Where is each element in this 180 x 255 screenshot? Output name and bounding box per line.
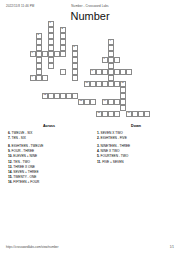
across-clue-list: 6. TWELVE - SIX7. TEN - SIX8. EIGHTEEN -… — [8, 131, 90, 186]
clue-number: 5. — [97, 154, 101, 158]
cell-number: 11 — [121, 82, 123, 85]
print-document-title: Number - Crossword Labs — [0, 4, 180, 8]
crossword-cell — [72, 75, 78, 81]
crossword-cell — [90, 99, 96, 105]
crossword-cell — [60, 69, 66, 75]
clue-item: 11. FIVE + SEVEN — [97, 160, 175, 165]
clue-number: 1. — [97, 131, 101, 135]
clue-number: 15. — [8, 175, 13, 179]
cell-number: 10 — [85, 82, 88, 85]
cell-number: 3 — [37, 34, 38, 37]
clue-item: 7. TEN - SIX — [8, 136, 90, 141]
cell-number: 8 — [91, 70, 92, 73]
clue-number: 10. — [8, 154, 13, 158]
cell-number: 12 — [43, 94, 46, 97]
clue-number: 14. — [8, 170, 13, 174]
cell-number: 16 — [127, 112, 130, 115]
clue-number: 4. — [97, 149, 101, 153]
clue-item: 2. EIGHTEEN - FIVE — [97, 136, 175, 141]
clue-number: 16. — [8, 180, 13, 184]
crossword-cell — [42, 75, 48, 81]
cell-number: 1 — [49, 22, 50, 25]
cell-number: 7 — [103, 58, 104, 61]
cell-number: 2 — [61, 28, 62, 31]
crossword-cell — [126, 69, 132, 75]
cell-number: 15 — [97, 112, 100, 115]
down-clue-list: 1. SEVEN X TWO2. EIGHTEEN - FIVE3. NINET… — [97, 131, 175, 165]
down-heading: Down — [97, 124, 175, 128]
cell-number: 4 — [109, 40, 110, 43]
clue-number: 3. — [97, 144, 101, 148]
clue-item: 16. FIFTEEN + FOUR — [8, 180, 90, 185]
clue-number: 2. — [97, 136, 101, 140]
clue-number: 9. — [8, 149, 12, 153]
print-page: { "game": "crossword", "page": { "header… — [0, 0, 180, 255]
crossword-cell — [114, 111, 120, 117]
crossword-grid: 12345678910111213141516 — [30, 21, 150, 117]
crossword-cell — [144, 111, 150, 117]
crossword-cell — [114, 57, 120, 63]
cell-number: 9 — [31, 76, 32, 79]
footer-url: https://crosswordlabs.com/view/number — [6, 245, 59, 249]
clue-number: 11. — [97, 160, 102, 164]
crossword-cell — [60, 51, 66, 57]
across-clues-section: Across 6. TWELVE - SIX7. TEN - SIX8. EIG… — [8, 124, 90, 186]
cell-number: 13 — [79, 100, 82, 103]
crossword-cell — [48, 63, 54, 69]
clue-number: 7. — [8, 136, 12, 140]
clue-number: 13. — [8, 165, 13, 169]
cell-number: 5 — [73, 46, 74, 49]
clue-number: 6. — [8, 131, 12, 135]
cell-number: 6 — [31, 52, 32, 55]
cell-number: 14 — [103, 100, 106, 103]
down-clues-section: Down 1. SEVEN X TWO2. EIGHTEEN - FIVE3. … — [97, 124, 175, 165]
across-heading: Across — [8, 124, 90, 128]
clue-number: 12. — [8, 160, 13, 164]
footer-page-number: 1/1 — [170, 245, 174, 249]
clue-number: 8. — [8, 144, 12, 148]
